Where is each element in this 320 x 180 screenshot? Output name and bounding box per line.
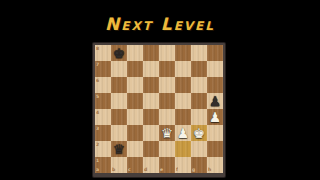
square-d4 [143,109,159,125]
square-b2: ♛ [111,141,127,157]
coord-file-g: g [192,167,195,172]
square-c5 [127,93,143,109]
piece-white-queen-icon: ♛ [159,125,175,141]
coord-file-c: c [128,167,131,172]
square-a1: 1a [95,157,111,173]
square-c6 [127,77,143,93]
page-title: Next Level [0,14,320,34]
chess-board-frame: 8♚765♟4♟3♛♟♚2♛1abcdefgh [93,43,225,177]
square-a2: 2 [95,141,111,157]
coord-rank-6: 6 [96,78,99,83]
square-a3: 3 [95,125,111,141]
coord-rank-7: 7 [96,62,99,67]
square-b6 [111,77,127,93]
square-f2 [175,141,191,157]
square-c1: c [127,157,143,173]
square-b3 [111,125,127,141]
square-g2 [191,141,207,157]
coord-file-f: f [176,167,178,172]
piece-white-pawn-icon: ♟ [175,125,191,141]
piece-black-pawn-icon: ♟ [207,93,223,109]
coord-file-b: b [112,167,115,172]
piece-black-queen-icon: ♛ [111,141,127,157]
square-b1: b [111,157,127,173]
square-h4: ♟ [207,109,223,125]
video-frame: Next Level 8♚765♟4♟3♛♟♚2♛1abcdefgh [0,0,320,180]
square-b7 [111,61,127,77]
coord-rank-3: 3 [96,126,99,131]
square-f4 [175,109,191,125]
square-g5 [191,93,207,109]
piece-white-pawn-icon: ♟ [207,109,223,125]
coord-rank-4: 4 [96,110,99,115]
piece-white-king-icon: ♚ [191,125,207,141]
square-e3: ♛ [159,125,175,141]
square-g3: ♚ [191,125,207,141]
square-h6 [207,77,223,93]
square-d5 [143,93,159,109]
square-h8 [207,45,223,61]
square-a6: 6 [95,77,111,93]
square-g6 [191,77,207,93]
square-e5 [159,93,175,109]
square-a5: 5 [95,93,111,109]
square-d2 [143,141,159,157]
square-g7 [191,61,207,77]
square-h5: ♟ [207,93,223,109]
coord-file-h: h [208,167,211,172]
square-e1: e [159,157,175,173]
coord-rank-1: 1 [96,158,99,163]
piece-black-king-icon: ♚ [111,45,127,61]
square-e8 [159,45,175,61]
square-f5 [175,93,191,109]
coord-file-d: d [144,167,147,172]
square-a7: 7 [95,61,111,77]
coord-rank-2: 2 [96,142,99,147]
square-c7 [127,61,143,77]
square-h3 [207,125,223,141]
square-f7 [175,61,191,77]
coord-rank-8: 8 [96,46,99,51]
square-h1: h [207,157,223,173]
square-f1: f [175,157,191,173]
coord-rank-5: 5 [96,94,99,99]
square-d6 [143,77,159,93]
square-a8: 8 [95,45,111,61]
square-d7 [143,61,159,77]
square-d1: d [143,157,159,173]
square-h7 [207,61,223,77]
square-c3 [127,125,143,141]
square-h2 [207,141,223,157]
square-g4 [191,109,207,125]
square-b8: ♚ [111,45,127,61]
square-f8 [175,45,191,61]
square-g1: g [191,157,207,173]
square-a4: 4 [95,109,111,125]
square-e4 [159,109,175,125]
square-d8 [143,45,159,61]
square-e6 [159,77,175,93]
square-f6 [175,77,191,93]
square-c8 [127,45,143,61]
square-c4 [127,109,143,125]
square-c2 [127,141,143,157]
square-d3 [143,125,159,141]
square-f3: ♟ [175,125,191,141]
square-b5 [111,93,127,109]
chess-board: 8♚765♟4♟3♛♟♚2♛1abcdefgh [95,45,223,173]
coord-file-a: a [96,167,99,172]
square-g8 [191,45,207,61]
coord-file-e: e [160,167,163,172]
square-b4 [111,109,127,125]
square-e2 [159,141,175,157]
square-e7 [159,61,175,77]
